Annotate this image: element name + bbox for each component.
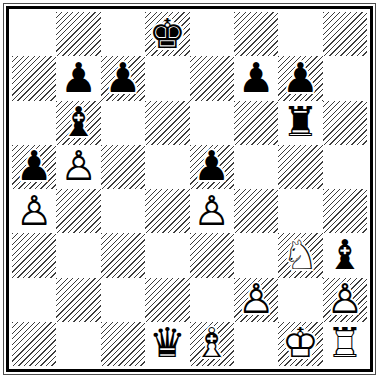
white-bishop-glyph: ♗ (193, 323, 230, 364)
square-g7[interactable]: ♟ (278, 56, 322, 100)
black-pawn-glyph: ♟ (105, 58, 142, 99)
white-king-silhouette: ♚ (282, 323, 319, 364)
square-c7[interactable]: ♟ (101, 56, 145, 100)
square-h8[interactable] (323, 12, 367, 56)
white-pawn-silhouette: ♟ (326, 279, 363, 320)
square-e7[interactable] (190, 56, 234, 100)
square-a8[interactable] (12, 12, 56, 56)
square-f4[interactable] (234, 189, 278, 233)
white-pawn-piece: ♟♙ (323, 278, 367, 322)
square-b1[interactable] (56, 322, 100, 366)
white-pawn-glyph: ♙ (193, 191, 230, 232)
square-a5[interactable]: ♟ (12, 145, 56, 189)
black-bishop-glyph: ♝ (326, 235, 363, 276)
square-e6[interactable] (190, 101, 234, 145)
white-pawn-silhouette: ♟ (238, 279, 275, 320)
square-a2[interactable] (12, 278, 56, 322)
square-f5[interactable] (234, 145, 278, 189)
square-d3[interactable] (145, 233, 189, 277)
black-rook-glyph: ♜ (282, 102, 319, 143)
chess-diagram: ♚♟♟♟♟♝♜♟♟♙♟♟♙♟♙♞♘♝♟♙♟♙♛♝♗♚♔♜♖ (0, 0, 379, 378)
square-g5[interactable] (278, 145, 322, 189)
black-bishop-piece: ♝ (323, 233, 367, 277)
square-a6[interactable] (12, 101, 56, 145)
black-pawn-glyph: ♟ (60, 58, 97, 99)
square-a3[interactable] (12, 233, 56, 277)
white-knight-silhouette: ♞ (282, 235, 319, 276)
black-pawn-glyph: ♟ (193, 146, 230, 187)
square-c6[interactable] (101, 101, 145, 145)
square-d6[interactable] (145, 101, 189, 145)
square-a1[interactable] (12, 322, 56, 366)
white-pawn-glyph: ♙ (238, 279, 275, 320)
square-g1[interactable]: ♚♔ (278, 322, 322, 366)
board-frame-outer: ♚♟♟♟♟♝♜♟♟♙♟♟♙♟♙♞♘♝♟♙♟♙♛♝♗♚♔♜♖ (3, 3, 376, 375)
square-f6[interactable] (234, 101, 278, 145)
black-pawn-glyph: ♟ (238, 58, 275, 99)
square-b4[interactable] (56, 189, 100, 233)
square-d7[interactable] (145, 56, 189, 100)
black-pawn-piece: ♟ (278, 56, 322, 100)
square-f2[interactable]: ♟♙ (234, 278, 278, 322)
white-knight-glyph: ♘ (282, 235, 319, 276)
square-c5[interactable] (101, 145, 145, 189)
square-h1[interactable]: ♜♖ (323, 322, 367, 366)
square-e3[interactable] (190, 233, 234, 277)
square-f7[interactable]: ♟ (234, 56, 278, 100)
square-a4[interactable]: ♟♙ (12, 189, 56, 233)
square-e8[interactable] (190, 12, 234, 56)
square-f3[interactable] (234, 233, 278, 277)
square-e2[interactable] (190, 278, 234, 322)
white-knight-piece: ♞♘ (278, 233, 322, 277)
square-g8[interactable] (278, 12, 322, 56)
black-queen-piece: ♛ (145, 322, 189, 366)
white-bishop-silhouette: ♝ (193, 323, 230, 364)
chess-board: ♚♟♟♟♟♝♜♟♟♙♟♟♙♟♙♞♘♝♟♙♟♙♛♝♗♚♔♜♖ (12, 12, 367, 366)
square-f1[interactable] (234, 322, 278, 366)
white-pawn-glyph: ♙ (60, 146, 97, 187)
black-rook-piece: ♜ (278, 101, 322, 145)
square-c4[interactable] (101, 189, 145, 233)
square-g2[interactable] (278, 278, 322, 322)
white-rook-glyph: ♖ (326, 323, 363, 364)
white-bishop-piece: ♝♗ (190, 322, 234, 366)
square-h3[interactable]: ♝ (323, 233, 367, 277)
white-pawn-piece: ♟♙ (12, 189, 56, 233)
black-pawn-glyph: ♟ (282, 58, 319, 99)
black-king-glyph: ♚ (149, 14, 186, 55)
square-c2[interactable] (101, 278, 145, 322)
white-pawn-piece: ♟♙ (234, 278, 278, 322)
square-b5[interactable]: ♟♙ (56, 145, 100, 189)
black-queen-glyph: ♛ (149, 323, 186, 364)
square-d8[interactable]: ♚ (145, 12, 189, 56)
square-b8[interactable] (56, 12, 100, 56)
square-d1[interactable]: ♛ (145, 322, 189, 366)
square-e1[interactable]: ♝♗ (190, 322, 234, 366)
square-c3[interactable] (101, 233, 145, 277)
square-h2[interactable]: ♟♙ (323, 278, 367, 322)
black-pawn-glyph: ♟ (16, 146, 53, 187)
black-pawn-piece: ♟ (234, 56, 278, 100)
black-pawn-piece: ♟ (190, 145, 234, 189)
square-g3[interactable]: ♞♘ (278, 233, 322, 277)
square-b2[interactable] (56, 278, 100, 322)
white-king-glyph: ♔ (282, 323, 319, 364)
square-e4[interactable]: ♟♙ (190, 189, 234, 233)
square-g4[interactable] (278, 189, 322, 233)
black-pawn-piece: ♟ (56, 56, 100, 100)
square-b3[interactable] (56, 233, 100, 277)
white-rook-piece: ♜♖ (323, 322, 367, 366)
square-a7[interactable] (12, 56, 56, 100)
black-king-piece: ♚ (145, 12, 189, 56)
square-h4[interactable] (323, 189, 367, 233)
square-h7[interactable] (323, 56, 367, 100)
square-b7[interactable]: ♟ (56, 56, 100, 100)
square-e5[interactable]: ♟ (190, 145, 234, 189)
square-g6[interactable]: ♜ (278, 101, 322, 145)
black-bishop-piece: ♝ (56, 101, 100, 145)
square-h6[interactable] (323, 101, 367, 145)
white-pawn-glyph: ♙ (16, 191, 53, 232)
square-c1[interactable] (101, 322, 145, 366)
white-pawn-silhouette: ♟ (60, 146, 97, 187)
black-bishop-glyph: ♝ (60, 102, 97, 143)
white-pawn-silhouette: ♟ (16, 191, 53, 232)
white-pawn-piece: ♟♙ (190, 189, 234, 233)
square-b6[interactable]: ♝ (56, 101, 100, 145)
black-pawn-piece: ♟ (12, 145, 56, 189)
white-rook-silhouette: ♜ (326, 323, 363, 364)
square-d2[interactable] (145, 278, 189, 322)
black-pawn-piece: ♟ (101, 56, 145, 100)
square-h5[interactable] (323, 145, 367, 189)
white-pawn-piece: ♟♙ (56, 145, 100, 189)
board-frame-inner: ♚♟♟♟♟♝♜♟♟♙♟♟♙♟♙♞♘♝♟♙♟♙♛♝♗♚♔♜♖ (6, 6, 373, 372)
white-king-piece: ♚♔ (278, 322, 322, 366)
square-f8[interactable] (234, 12, 278, 56)
square-d4[interactable] (145, 189, 189, 233)
white-pawn-glyph: ♙ (326, 279, 363, 320)
square-c8[interactable] (101, 12, 145, 56)
square-d5[interactable] (145, 145, 189, 189)
white-pawn-silhouette: ♟ (193, 191, 230, 232)
